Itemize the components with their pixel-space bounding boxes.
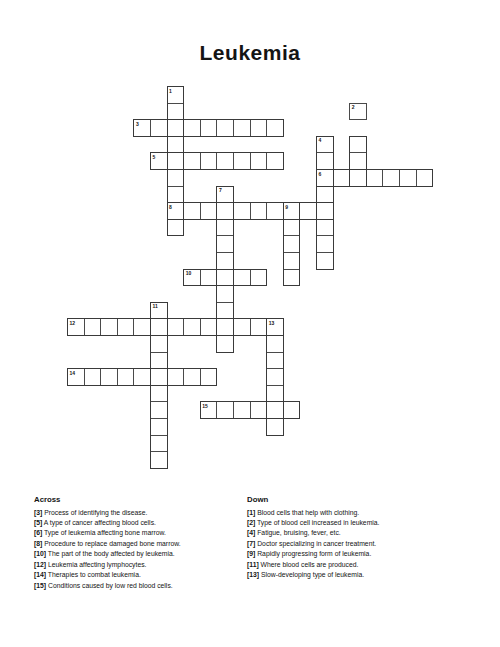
clue-item: [3] Process of identifying the disease. (34, 508, 181, 518)
cell-number: 3 (136, 121, 139, 127)
clue-text: Leukemia affecting lymphocytes. (46, 561, 146, 568)
grid-cell[interactable]: 5 (150, 152, 168, 170)
clue-item: [14] Therapies to combat leukemia. (34, 570, 181, 580)
clue-number: [13] (247, 571, 259, 578)
grid-cell[interactable] (316, 219, 334, 237)
clue-item: [15] Conditions caused by low red blood … (34, 581, 181, 591)
grid-cell[interactable] (316, 186, 334, 204)
cell-number: 12 (70, 320, 76, 326)
grid-cell[interactable] (150, 335, 168, 353)
grid-cell[interactable] (233, 152, 251, 170)
grid-cell[interactable] (216, 401, 234, 419)
grid-cell[interactable] (283, 235, 301, 253)
grid-cell[interactable] (200, 318, 218, 336)
grid-cell[interactable] (216, 219, 234, 237)
cell-number: 5 (153, 154, 156, 160)
clue-item: [9] Rapidly progressing form of leukemia… (247, 549, 380, 559)
grid-cell[interactable] (283, 401, 301, 419)
clue-text: Where blood cells are produced. (259, 561, 359, 568)
clue-item: [4] Fatigue, bruising, fever, etc. (247, 528, 380, 538)
cell-number: 7 (219, 187, 222, 193)
clue-item: [13] Slow-developing type of leukemia. (247, 570, 380, 580)
grid-cell[interactable]: 11 (150, 302, 168, 320)
page: Leukemia 123456789101112131415 Across [3… (0, 0, 500, 647)
clue-text: Rapidly progressing form of leukemia. (255, 550, 371, 557)
cell-number: 14 (70, 370, 76, 376)
cell-number: 4 (319, 137, 322, 143)
grid-cell[interactable] (216, 285, 234, 303)
grid-cell[interactable]: 6 (316, 169, 334, 187)
grid-cell[interactable] (200, 368, 218, 386)
grid-cell[interactable] (84, 318, 102, 336)
grid-cell[interactable] (150, 451, 168, 469)
grid-cell[interactable] (266, 352, 284, 370)
clue-text: Doctor specializing in cancer treatment. (255, 540, 376, 547)
cell-number: 15 (202, 403, 208, 409)
grid-cell[interactable] (233, 401, 251, 419)
grid-cell[interactable] (167, 318, 185, 336)
grid-cell[interactable] (233, 202, 251, 220)
grid-cell[interactable] (167, 103, 185, 121)
cell-number: 9 (285, 204, 288, 210)
grid-cell[interactable] (183, 368, 201, 386)
grid-cell[interactable] (200, 152, 218, 170)
grid-cell[interactable] (250, 202, 268, 220)
grid-cell[interactable] (250, 119, 268, 137)
clue-text: Blood cells that help with clothing. (255, 509, 359, 516)
down-clue-list: [1] Blood cells that help with clothing.… (247, 508, 380, 581)
clue-text: Process of identifying the disease. (42, 509, 147, 516)
grid-cell[interactable] (399, 169, 417, 187)
clue-item: [11] Where blood cells are produced. (247, 560, 380, 570)
grid-cell[interactable]: 2 (349, 103, 367, 121)
clue-text: A type of cancer affecting blood cells. (42, 519, 156, 526)
grid-cell[interactable] (150, 119, 168, 137)
grid-cell[interactable] (216, 269, 234, 287)
grid-cell[interactable] (416, 169, 434, 187)
clue-item: [2] Type of blood cell increased in leuk… (247, 518, 380, 528)
clue-text: Slow-developing type of leukemia. (259, 571, 364, 578)
grid-cell[interactable] (216, 302, 234, 320)
grid-cell[interactable] (183, 202, 201, 220)
grid-cell[interactable] (167, 186, 185, 204)
grid-cell[interactable] (382, 169, 400, 187)
clue-text: Type of leukemia affecting bone marrow. (42, 529, 166, 536)
grid-cell[interactable] (183, 119, 201, 137)
grid-cell[interactable] (283, 269, 301, 287)
across-clues-section: Across [3] Process of identifying the di… (34, 496, 181, 591)
cell-number: 10 (186, 270, 192, 276)
grid-cell[interactable]: 8 (167, 202, 185, 220)
clue-text: The part of the body affected by leukemi… (46, 550, 175, 557)
grid-cell[interactable] (117, 368, 135, 386)
clue-text: Type of blood cell increased in leukemia… (255, 519, 379, 526)
grid-cell[interactable] (250, 152, 268, 170)
puzzle-title: Leukemia (0, 42, 500, 63)
grid-cell[interactable] (150, 385, 168, 403)
grid-cell[interactable] (250, 401, 268, 419)
grid-cell[interactable] (283, 219, 301, 237)
grid-cell[interactable]: 13 (266, 318, 284, 336)
grid-cell[interactable] (266, 401, 284, 419)
down-clues-section: Down [1] Blood cells that help with clot… (247, 496, 380, 581)
grid-cell[interactable] (150, 352, 168, 370)
clue-item: [12] Leukemia affecting lymphocytes. (34, 560, 181, 570)
grid-cell[interactable] (349, 136, 367, 154)
clue-item: [6] Type of leukemia affecting bone marr… (34, 528, 181, 538)
clue-text: Procedure to replace damaged bone marrow… (42, 540, 180, 547)
grid-cell[interactable] (117, 318, 135, 336)
grid-cell[interactable] (266, 335, 284, 353)
grid-cell[interactable] (216, 335, 234, 353)
grid-cell[interactable] (200, 269, 218, 287)
grid-cell[interactable] (200, 119, 218, 137)
grid-cell[interactable] (167, 119, 185, 137)
grid-cell[interactable] (200, 202, 218, 220)
clue-text: Fatigue, bruising, fever, etc. (255, 529, 340, 536)
cell-number: 6 (319, 171, 322, 177)
across-header: Across (34, 496, 181, 504)
cell-number: 11 (153, 303, 158, 309)
grid-cell[interactable] (167, 136, 185, 154)
grid-cell[interactable] (167, 152, 185, 170)
cell-number: 13 (269, 320, 275, 326)
grid-cell[interactable] (366, 169, 384, 187)
grid-cell[interactable] (266, 368, 284, 386)
grid-cell[interactable] (100, 318, 118, 336)
clue-item: [5] A type of cancer affecting blood cel… (34, 518, 181, 528)
cell-number: 8 (169, 204, 172, 210)
grid-cell[interactable]: 12 (67, 318, 85, 336)
grid-cell[interactable] (250, 318, 268, 336)
grid-cell[interactable] (150, 318, 168, 336)
grid-cell[interactable] (216, 235, 234, 253)
grid-cell[interactable] (167, 368, 185, 386)
grid-cell[interactable] (233, 119, 251, 137)
clue-text: Conditions caused by low red blood cells… (46, 582, 173, 589)
grid-cell[interactable] (316, 202, 334, 220)
grid-cell[interactable] (250, 269, 268, 287)
grid-cell[interactable] (167, 169, 185, 187)
grid-cell[interactable] (183, 318, 201, 336)
grid-cell[interactable] (283, 252, 301, 270)
grid-cell[interactable] (216, 202, 234, 220)
clue-text: Therapies to combat leukemia. (46, 571, 141, 578)
grid-cell[interactable]: 4 (316, 136, 334, 154)
grid-cell[interactable]: 3 (133, 119, 151, 137)
grid-cell[interactable] (84, 368, 102, 386)
grid-cell[interactable] (216, 318, 234, 336)
grid-cell[interactable] (316, 252, 334, 270)
grid-cell[interactable] (150, 368, 168, 386)
grid-cell[interactable]: 1 (167, 86, 185, 104)
grid-cell[interactable] (183, 152, 201, 170)
grid-cell[interactable] (150, 418, 168, 436)
grid-cell[interactable] (233, 269, 251, 287)
grid-cell[interactable] (316, 235, 334, 253)
grid-cell[interactable] (266, 202, 284, 220)
grid-cell[interactable] (233, 318, 251, 336)
grid-cell[interactable] (266, 119, 284, 137)
grid-cell[interactable]: 14 (67, 368, 85, 386)
grid-cell[interactable]: 7 (216, 186, 234, 204)
grid-cell[interactable]: 10 (183, 269, 201, 287)
cell-number: 2 (352, 104, 355, 110)
clue-item: [7] Doctor specializing in cancer treatm… (247, 539, 380, 549)
grid-cell[interactable] (150, 401, 168, 419)
grid-cell[interactable] (266, 152, 284, 170)
clue-number: [10] (34, 550, 46, 557)
cell-number: 1 (169, 88, 172, 94)
grid-cell[interactable] (266, 418, 284, 436)
grid-cell[interactable] (349, 152, 367, 170)
clue-item: [10] The part of the body affected by le… (34, 549, 181, 559)
grid-cell[interactable]: 15 (200, 401, 218, 419)
grid-cell[interactable] (349, 169, 367, 187)
grid-cell[interactable] (216, 252, 234, 270)
grid-cell[interactable] (133, 368, 151, 386)
clue-number: [15] (34, 582, 46, 589)
clue-number: [11] (247, 561, 259, 568)
grid-cell[interactable] (216, 152, 234, 170)
grid-cell[interactable] (299, 202, 317, 220)
grid-cell[interactable] (216, 119, 234, 137)
down-header: Down (247, 496, 380, 504)
grid-cell[interactable] (316, 152, 334, 170)
across-clue-list: [3] Process of identifying the disease.[… (34, 508, 181, 592)
clue-item: [8] Procedure to replace damaged bone ma… (34, 539, 181, 549)
grid-cell[interactable] (133, 318, 151, 336)
grid-cell[interactable]: 9 (283, 202, 301, 220)
clue-number: [12] (34, 561, 46, 568)
grid-cell[interactable] (266, 385, 284, 403)
grid-cell[interactable] (333, 169, 351, 187)
grid-cell[interactable] (167, 219, 185, 237)
clue-item: [1] Blood cells that help with clothing. (247, 508, 380, 518)
grid-cell[interactable] (100, 368, 118, 386)
clue-number: [14] (34, 571, 46, 578)
grid-cell[interactable] (150, 435, 168, 453)
